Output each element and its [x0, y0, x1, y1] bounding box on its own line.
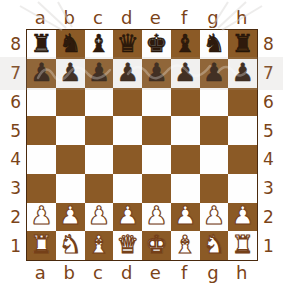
square-c6[interactable] — [85, 88, 114, 117]
black-king: ♚︎ — [145, 31, 167, 56]
square-f8[interactable]: ♝︎ — [171, 30, 200, 59]
white-rook: ♜︎ — [30, 232, 52, 257]
file-label-b: b — [55, 7, 84, 28]
square-d3[interactable] — [113, 174, 142, 203]
corner-bottom-right — [258, 261, 283, 286]
black-rook: ♜︎ — [231, 31, 253, 56]
square-c1[interactable]: ♝︎ — [85, 231, 114, 260]
square-b8[interactable]: ♞︎ — [56, 30, 85, 59]
white-queen: ♛︎ — [116, 232, 138, 257]
square-g3[interactable] — [200, 174, 229, 203]
square-d1[interactable]: ♛︎ — [113, 231, 142, 260]
file-label-f: f — [170, 262, 199, 283]
corner-top-right — [258, 0, 283, 29]
square-h7[interactable]: ♟︎ — [228, 59, 257, 88]
black-bishop: ♝︎ — [88, 31, 110, 56]
black-pawn: ♟︎ — [203, 60, 225, 85]
corner-bottom-left — [0, 261, 26, 286]
square-h6[interactable] — [228, 88, 257, 117]
square-a3[interactable] — [27, 174, 56, 203]
square-h1[interactable]: ♜︎ — [228, 231, 257, 260]
square-a6[interactable] — [27, 88, 56, 117]
chess-diagram: abcdefgh 87654321 ♜︎♞︎♝︎♛︎♚︎♝︎♞︎♜︎♟︎♟︎♟︎… — [0, 0, 283, 286]
square-d5[interactable] — [113, 116, 142, 145]
black-pawn: ♟︎ — [116, 60, 138, 85]
square-g5[interactable] — [200, 116, 229, 145]
square-f4[interactable] — [171, 145, 200, 174]
rank-label-7: 7 — [10, 59, 21, 88]
square-d2[interactable]: ♟︎ — [113, 203, 142, 232]
rank-label-5: 5 — [10, 116, 21, 145]
black-knight: ♞︎ — [203, 31, 225, 56]
white-knight: ♞︎ — [203, 232, 225, 257]
square-b7[interactable]: ♟︎ — [56, 59, 85, 88]
white-pawn: ♟︎ — [203, 203, 225, 228]
square-f1[interactable]: ♝︎ — [171, 231, 200, 260]
rank-label-4: 4 — [263, 145, 274, 174]
square-h8[interactable]: ♜︎ — [228, 30, 257, 59]
file-label-b: b — [55, 262, 84, 283]
square-g2[interactable]: ♟︎ — [200, 203, 229, 232]
square-b6[interactable] — [56, 88, 85, 117]
rank-label-5: 5 — [263, 116, 274, 145]
square-f2[interactable]: ♟︎ — [171, 203, 200, 232]
square-d6[interactable] — [113, 88, 142, 117]
rank-label-6: 6 — [10, 88, 21, 117]
square-e3[interactable] — [142, 174, 171, 203]
chess-board: ♜︎♞︎♝︎♛︎♚︎♝︎♞︎♜︎♟︎♟︎♟︎♟︎♟︎♟︎♟︎♟︎♟︎♟︎♟︎♟︎… — [26, 29, 258, 261]
square-d7[interactable]: ♟︎ — [113, 59, 142, 88]
square-a8[interactable]: ♜︎ — [27, 30, 56, 59]
square-a2[interactable]: ♟︎ — [27, 203, 56, 232]
white-knight: ♞︎ — [59, 232, 81, 257]
rank-label-2: 2 — [263, 203, 274, 232]
file-label-g: g — [199, 7, 228, 28]
rank-label-8: 8 — [263, 30, 274, 59]
white-pawn: ♟︎ — [59, 203, 81, 228]
square-f3[interactable] — [171, 174, 200, 203]
white-pawn: ♟︎ — [88, 203, 110, 228]
square-g7[interactable]: ♟︎ — [200, 59, 229, 88]
black-queen: ♛︎ — [116, 31, 138, 56]
black-knight: ♞︎ — [59, 31, 81, 56]
square-h5[interactable] — [228, 116, 257, 145]
black-bishop: ♝︎ — [174, 31, 196, 56]
rank-label-1: 1 — [10, 231, 21, 260]
square-c5[interactable] — [85, 116, 114, 145]
square-f6[interactable] — [171, 88, 200, 117]
rank-label-7: 7 — [263, 59, 274, 88]
board-layout: abcdefgh 87654321 ♜︎♞︎♝︎♛︎♚︎♝︎♞︎♜︎♟︎♟︎♟︎… — [0, 0, 283, 286]
rank-labels-right: 87654321 — [258, 29, 283, 261]
square-a1[interactable]: ♜︎ — [27, 231, 56, 260]
white-rook: ♜︎ — [231, 232, 253, 257]
rank-label-4: 4 — [10, 145, 21, 174]
square-b4[interactable] — [56, 145, 85, 174]
square-a5[interactable] — [27, 116, 56, 145]
black-pawn: ♟︎ — [30, 60, 52, 85]
file-label-e: e — [141, 262, 170, 283]
square-c2[interactable]: ♟︎ — [85, 203, 114, 232]
square-d8[interactable]: ♛︎ — [113, 30, 142, 59]
square-e5[interactable] — [142, 116, 171, 145]
square-g4[interactable] — [200, 145, 229, 174]
square-h2[interactable]: ♟︎ — [228, 203, 257, 232]
file-labels-bottom: abcdefgh — [26, 261, 258, 286]
square-a4[interactable] — [27, 145, 56, 174]
rank-label-3: 3 — [263, 174, 274, 203]
square-b3[interactable] — [56, 174, 85, 203]
black-rook: ♜︎ — [30, 31, 52, 56]
file-label-a: a — [26, 7, 55, 28]
square-c4[interactable] — [85, 145, 114, 174]
white-bishop: ♝︎ — [174, 232, 196, 257]
rank-label-2: 2 — [10, 203, 21, 232]
square-b1[interactable]: ♞︎ — [56, 231, 85, 260]
black-pawn: ♟︎ — [145, 60, 167, 85]
black-pawn: ♟︎ — [88, 60, 110, 85]
file-label-d: d — [112, 7, 141, 28]
square-b2[interactable]: ♟︎ — [56, 203, 85, 232]
square-b5[interactable] — [56, 116, 85, 145]
rank-labels-left: 87654321 — [0, 29, 26, 261]
black-pawn: ♟︎ — [59, 60, 81, 85]
file-label-d: d — [112, 262, 141, 283]
white-king: ♚︎ — [145, 232, 167, 257]
square-e7[interactable]: ♟︎ — [142, 59, 171, 88]
rank-label-3: 3 — [10, 174, 21, 203]
square-c3[interactable] — [85, 174, 114, 203]
file-label-c: c — [84, 262, 113, 283]
black-pawn: ♟︎ — [231, 60, 253, 85]
square-c8[interactable]: ♝︎ — [85, 30, 114, 59]
square-d4[interactable] — [113, 145, 142, 174]
white-pawn: ♟︎ — [116, 203, 138, 228]
square-g1[interactable]: ♞︎ — [200, 231, 229, 260]
square-f5[interactable] — [171, 116, 200, 145]
file-label-h: h — [227, 262, 256, 283]
square-a7[interactable]: ♟︎ — [27, 59, 56, 88]
corner-top-left — [0, 0, 26, 29]
square-g8[interactable]: ♞︎ — [200, 30, 229, 59]
white-pawn: ♟︎ — [30, 203, 52, 228]
file-labels-top: abcdefgh — [26, 0, 258, 29]
square-e6[interactable] — [142, 88, 171, 117]
black-pawn: ♟︎ — [174, 60, 196, 85]
file-label-a: a — [26, 262, 55, 283]
white-pawn: ♟︎ — [174, 203, 196, 228]
file-label-h: h — [227, 7, 256, 28]
square-e8[interactable]: ♚︎ — [142, 30, 171, 59]
square-f7[interactable]: ♟︎ — [171, 59, 200, 88]
square-h3[interactable] — [228, 174, 257, 203]
square-c7[interactable]: ♟︎ — [85, 59, 114, 88]
file-label-c: c — [84, 7, 113, 28]
rank-label-1: 1 — [263, 231, 274, 260]
square-e1[interactable]: ♚︎ — [142, 231, 171, 260]
rank-label-8: 8 — [10, 30, 21, 59]
file-label-f: f — [170, 7, 199, 28]
square-g6[interactable] — [200, 88, 229, 117]
square-e2[interactable]: ♟︎ — [142, 203, 171, 232]
white-bishop: ♝︎ — [88, 232, 110, 257]
square-e4[interactable] — [142, 145, 171, 174]
file-label-g: g — [199, 262, 228, 283]
rank-label-6: 6 — [263, 88, 274, 117]
white-pawn: ♟︎ — [145, 203, 167, 228]
white-pawn: ♟︎ — [231, 203, 253, 228]
file-label-e: e — [141, 7, 170, 28]
square-h4[interactable] — [228, 145, 257, 174]
